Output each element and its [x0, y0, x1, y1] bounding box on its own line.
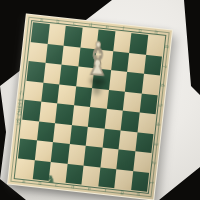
- photo-scene: abcdefgh abcdefgh 87654321 ♘ US CHESS ♞ …: [0, 0, 200, 200]
- square-h5: [139, 93, 158, 114]
- square-h4: [137, 112, 156, 133]
- piece-glyph-outline: ♗: [83, 35, 112, 83]
- square-h1: [131, 171, 150, 192]
- brand-knight-icon: ♘: [19, 90, 25, 97]
- chess-board: abcdefgh abcdefgh 87654321 ♘ US CHESS ♞ …: [7, 13, 173, 200]
- square-h6: [141, 74, 160, 95]
- square-h8: [146, 35, 165, 56]
- square-h2: [133, 151, 152, 172]
- square-h7: [143, 54, 162, 75]
- square-h3: [135, 132, 154, 153]
- piece-glyph: ♝♗: [83, 35, 112, 83]
